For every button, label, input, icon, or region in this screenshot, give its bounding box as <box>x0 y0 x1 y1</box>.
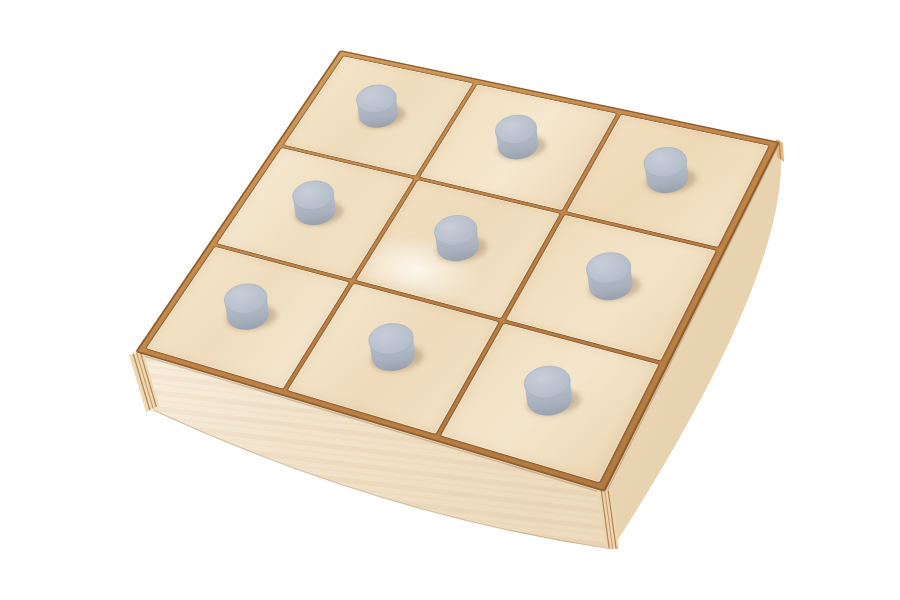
product-photo-stage: Product photo on a white background: a l… <box>0 0 900 600</box>
knob-r2-c1[interactable] <box>366 320 425 375</box>
knob-r1-c1[interactable] <box>432 212 489 265</box>
knob-r0-c0[interactable] <box>354 82 407 131</box>
knob-r0-c2[interactable] <box>641 144 698 197</box>
knob-r0-c1[interactable] <box>493 112 548 163</box>
knob-r1-c0[interactable] <box>290 177 345 228</box>
knob-layer <box>0 0 900 600</box>
knob-r1-c2[interactable] <box>584 249 643 304</box>
knob-r2-c0[interactable] <box>222 280 279 333</box>
knob-r2-c2[interactable] <box>521 362 582 419</box>
